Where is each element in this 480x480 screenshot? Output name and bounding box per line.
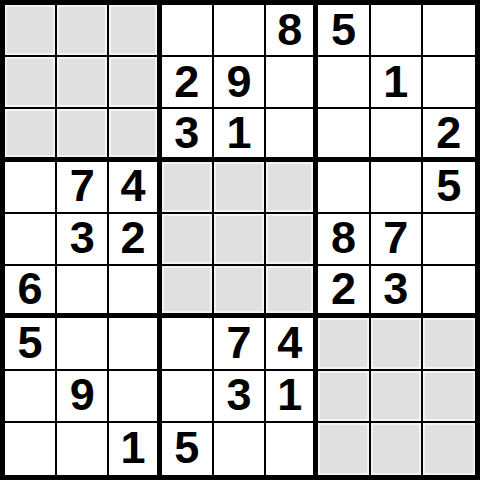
cell-r3c7[interactable] [318, 109, 370, 161]
given-digit: 1 [121, 425, 146, 472]
cell-r7c4[interactable] [162, 318, 214, 370]
given-digit: 3 [383, 266, 408, 313]
cell-r8c6[interactable]: 1 [266, 371, 318, 423]
given-digit: 8 [331, 215, 356, 262]
cell-r3c1[interactable] [5, 109, 57, 161]
cell-r4c6[interactable] [266, 162, 318, 214]
cell-r9c6[interactable] [266, 423, 318, 475]
cell-r4c2[interactable]: 7 [57, 162, 109, 214]
cell-r5c9[interactable] [423, 214, 475, 266]
cell-r6c6[interactable] [266, 266, 318, 318]
given-digit: 4 [121, 163, 146, 210]
cell-r5c4[interactable] [162, 214, 214, 266]
given-digit: 7 [70, 163, 95, 210]
cell-r8c9[interactable] [423, 371, 475, 423]
cell-r8c5[interactable]: 3 [214, 371, 266, 423]
given-digit: 6 [18, 266, 43, 313]
cell-r8c4[interactable] [162, 371, 214, 423]
cell-r2c1[interactable] [5, 57, 57, 109]
cell-r2c6[interactable] [266, 57, 318, 109]
cell-r9c7[interactable] [318, 423, 370, 475]
cell-r6c7[interactable]: 2 [318, 266, 370, 318]
cell-r3c2[interactable] [57, 109, 109, 161]
cell-r4c5[interactable] [214, 162, 266, 214]
given-digit: 2 [436, 110, 461, 157]
given-digit: 8 [277, 7, 302, 54]
given-digit: 9 [70, 372, 95, 419]
cell-r5c1[interactable] [5, 214, 57, 266]
cell-r8c7[interactable] [318, 371, 370, 423]
cell-r9c1[interactable] [5, 423, 57, 475]
cell-r5c8[interactable]: 7 [371, 214, 423, 266]
cell-r8c1[interactable] [5, 371, 57, 423]
cell-r6c3[interactable] [109, 266, 161, 318]
cell-r7c5[interactable]: 7 [214, 318, 266, 370]
given-digit: 5 [174, 425, 199, 472]
cell-r9c2[interactable] [57, 423, 109, 475]
given-digit: 5 [436, 163, 461, 210]
cell-r4c3[interactable]: 4 [109, 162, 161, 214]
cell-r8c8[interactable] [371, 371, 423, 423]
cell-r9c5[interactable] [214, 423, 266, 475]
cell-r4c9[interactable]: 5 [423, 162, 475, 214]
given-digit: 3 [70, 215, 95, 262]
cell-r1c9[interactable] [423, 5, 475, 57]
cell-r2c5[interactable]: 9 [214, 57, 266, 109]
given-digit: 7 [383, 215, 408, 262]
cell-r6c9[interactable] [423, 266, 475, 318]
cell-r7c7[interactable] [318, 318, 370, 370]
cell-r3c8[interactable] [371, 109, 423, 161]
cell-r4c8[interactable] [371, 162, 423, 214]
cell-r1c7[interactable]: 5 [318, 5, 370, 57]
given-digit: 3 [226, 372, 251, 419]
cell-r1c1[interactable] [5, 5, 57, 57]
given-digit: 5 [18, 320, 43, 367]
given-digit: 5 [331, 7, 356, 54]
cell-r7c8[interactable] [371, 318, 423, 370]
cell-r1c2[interactable] [57, 5, 109, 57]
cell-r1c6[interactable]: 8 [266, 5, 318, 57]
cell-r3c5[interactable]: 1 [214, 109, 266, 161]
cell-r1c4[interactable] [162, 5, 214, 57]
cell-r2c9[interactable] [423, 57, 475, 109]
cell-r4c4[interactable] [162, 162, 214, 214]
cell-r6c5[interactable] [214, 266, 266, 318]
cell-r3c9[interactable]: 2 [423, 109, 475, 161]
cell-r6c2[interactable] [57, 266, 109, 318]
cell-r2c4[interactable]: 2 [162, 57, 214, 109]
cell-r8c2[interactable]: 9 [57, 371, 109, 423]
cell-r9c4[interactable]: 5 [162, 423, 214, 475]
given-digit: 4 [277, 320, 302, 367]
given-digit: 1 [383, 59, 408, 106]
cell-r5c6[interactable] [266, 214, 318, 266]
cell-r6c1[interactable]: 6 [5, 266, 57, 318]
given-digit: 1 [226, 110, 251, 157]
cell-r2c2[interactable] [57, 57, 109, 109]
cell-r4c1[interactable] [5, 162, 57, 214]
cell-r3c6[interactable] [266, 109, 318, 161]
cell-r3c3[interactable] [109, 109, 161, 161]
cell-r5c2[interactable]: 3 [57, 214, 109, 266]
cell-r3c4[interactable]: 3 [162, 109, 214, 161]
cell-r7c3[interactable] [109, 318, 161, 370]
given-digit: 7 [226, 320, 251, 367]
cell-r1c8[interactable] [371, 5, 423, 57]
cell-r6c8[interactable]: 3 [371, 266, 423, 318]
given-digit: 2 [331, 266, 356, 313]
cell-r7c1[interactable]: 5 [5, 318, 57, 370]
cell-r2c3[interactable] [109, 57, 161, 109]
given-digit: 9 [226, 59, 251, 106]
given-digit: 2 [174, 59, 199, 106]
cell-r6c4[interactable] [162, 266, 214, 318]
cell-r5c7[interactable]: 8 [318, 214, 370, 266]
cell-r8c3[interactable] [109, 371, 161, 423]
given-digit: 1 [277, 372, 302, 419]
given-digit: 3 [174, 110, 199, 157]
cell-r2c7[interactable] [318, 57, 370, 109]
cell-r9c3[interactable]: 1 [109, 423, 161, 475]
cell-r5c5[interactable] [214, 214, 266, 266]
cell-r4c7[interactable] [318, 162, 370, 214]
cell-r5c3[interactable]: 2 [109, 214, 161, 266]
cell-r9c8[interactable] [371, 423, 423, 475]
cell-r7c6[interactable]: 4 [266, 318, 318, 370]
cell-r1c5[interactable] [214, 5, 266, 57]
cell-r7c9[interactable] [423, 318, 475, 370]
sudoku-board: 85291312745328762357493115 [0, 0, 480, 480]
cell-r2c8[interactable]: 1 [371, 57, 423, 109]
cell-r1c3[interactable] [109, 5, 161, 57]
cell-r7c2[interactable] [57, 318, 109, 370]
given-digit: 2 [121, 215, 146, 262]
cell-r9c9[interactable] [423, 423, 475, 475]
